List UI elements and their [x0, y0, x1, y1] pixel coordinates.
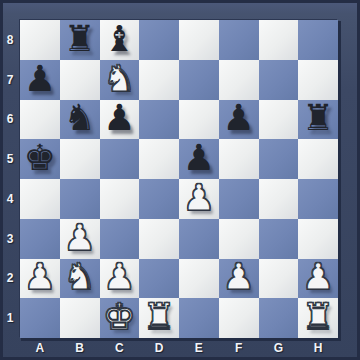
piece-black-bishop[interactable]: ♝ — [103, 21, 135, 57]
square-e4[interactable]: ♟ — [179, 179, 219, 219]
square-g8[interactable] — [259, 20, 299, 60]
square-b2[interactable]: ♞ — [60, 259, 100, 299]
square-b3[interactable]: ♟ — [60, 219, 100, 259]
rank-label-6: 6 — [0, 100, 20, 140]
square-g2[interactable] — [259, 259, 299, 299]
square-d8[interactable] — [139, 20, 179, 60]
rank-label-5: 5 — [0, 139, 20, 179]
piece-white-pawn[interactable]: ♟ — [24, 259, 56, 295]
square-f1[interactable] — [219, 298, 259, 338]
square-d7[interactable] — [139, 60, 179, 100]
rank-label-4: 4 — [0, 179, 20, 219]
square-f2[interactable]: ♟ — [219, 259, 259, 299]
square-b5[interactable] — [60, 139, 100, 179]
rank-label-8: 8 — [0, 20, 20, 60]
square-h2[interactable]: ♟ — [298, 259, 338, 299]
square-b8[interactable]: ♜ — [60, 20, 100, 60]
square-g5[interactable] — [259, 139, 299, 179]
square-c4[interactable] — [100, 179, 140, 219]
file-label-a: A — [20, 338, 60, 358]
square-b4[interactable] — [60, 179, 100, 219]
square-g7[interactable] — [259, 60, 299, 100]
square-d6[interactable] — [139, 100, 179, 140]
square-f5[interactable] — [219, 139, 259, 179]
square-f4[interactable] — [219, 179, 259, 219]
square-a4[interactable] — [20, 179, 60, 219]
square-h7[interactable] — [298, 60, 338, 100]
square-g4[interactable] — [259, 179, 299, 219]
square-h4[interactable] — [298, 179, 338, 219]
square-h3[interactable] — [298, 219, 338, 259]
piece-black-king[interactable]: ♚ — [24, 140, 56, 176]
square-b7[interactable] — [60, 60, 100, 100]
piece-white-rook[interactable]: ♜ — [143, 299, 175, 335]
piece-white-king[interactable]: ♚ — [103, 299, 135, 335]
file-label-c: C — [100, 338, 140, 358]
square-h8[interactable] — [298, 20, 338, 60]
piece-white-knight[interactable]: ♞ — [103, 61, 135, 97]
piece-white-knight[interactable]: ♞ — [63, 259, 95, 295]
square-g6[interactable] — [259, 100, 299, 140]
rank-label-3: 3 — [0, 219, 20, 259]
square-h1[interactable]: ♜ — [298, 298, 338, 338]
square-a3[interactable] — [20, 219, 60, 259]
square-d4[interactable] — [139, 179, 179, 219]
piece-white-rook[interactable]: ♜ — [302, 299, 334, 335]
rank-label-2: 2 — [0, 259, 20, 299]
square-c6[interactable]: ♟ — [100, 100, 140, 140]
square-c5[interactable] — [100, 139, 140, 179]
square-d3[interactable] — [139, 219, 179, 259]
square-d5[interactable] — [139, 139, 179, 179]
chess-board-frame: 87654321 ♜♝♟♞♞♟♟♜♚♟♟♟♟♞♟♟♟♚♜♜ ABCDEFGH — [0, 0, 360, 360]
square-a7[interactable]: ♟ — [20, 60, 60, 100]
square-e3[interactable] — [179, 219, 219, 259]
square-f3[interactable] — [219, 219, 259, 259]
piece-black-pawn[interactable]: ♟ — [222, 100, 254, 136]
square-a6[interactable] — [20, 100, 60, 140]
square-e8[interactable] — [179, 20, 219, 60]
piece-white-pawn[interactable]: ♟ — [63, 220, 95, 256]
square-a1[interactable] — [20, 298, 60, 338]
rank-labels: 87654321 — [0, 20, 20, 338]
rank-label-7: 7 — [0, 60, 20, 100]
piece-white-pawn[interactable]: ♟ — [103, 259, 135, 295]
piece-black-pawn[interactable]: ♟ — [24, 61, 56, 97]
file-label-e: E — [179, 338, 219, 358]
file-label-d: D — [139, 338, 179, 358]
square-f7[interactable] — [219, 60, 259, 100]
square-c7[interactable]: ♞ — [100, 60, 140, 100]
piece-black-rook[interactable]: ♜ — [302, 100, 334, 136]
square-e5[interactable]: ♟ — [179, 139, 219, 179]
file-label-h: H — [298, 338, 338, 358]
square-e1[interactable] — [179, 298, 219, 338]
square-a8[interactable] — [20, 20, 60, 60]
square-c1[interactable]: ♚ — [100, 298, 140, 338]
file-label-f: F — [219, 338, 259, 358]
piece-black-rook[interactable]: ♜ — [63, 21, 95, 57]
square-e7[interactable] — [179, 60, 219, 100]
square-e2[interactable] — [179, 259, 219, 299]
file-label-g: G — [259, 338, 299, 358]
square-c2[interactable]: ♟ — [100, 259, 140, 299]
square-d2[interactable] — [139, 259, 179, 299]
square-b6[interactable]: ♞ — [60, 100, 100, 140]
square-b1[interactable] — [60, 298, 100, 338]
square-c3[interactable] — [100, 219, 140, 259]
rank-label-1: 1 — [0, 298, 20, 338]
square-f8[interactable] — [219, 20, 259, 60]
file-labels: ABCDEFGH — [20, 338, 338, 358]
square-f6[interactable]: ♟ — [219, 100, 259, 140]
square-g3[interactable] — [259, 219, 299, 259]
square-c8[interactable]: ♝ — [100, 20, 140, 60]
square-h5[interactable] — [298, 139, 338, 179]
square-h6[interactable]: ♜ — [298, 100, 338, 140]
piece-white-pawn[interactable]: ♟ — [183, 180, 215, 216]
chess-board[interactable]: ♜♝♟♞♞♟♟♜♚♟♟♟♟♞♟♟♟♚♜♜ — [20, 20, 338, 338]
piece-white-pawn[interactable]: ♟ — [302, 259, 334, 295]
piece-white-pawn[interactable]: ♟ — [222, 259, 254, 295]
piece-black-pawn[interactable]: ♟ — [103, 100, 135, 136]
piece-black-knight[interactable]: ♞ — [63, 100, 95, 136]
square-a5[interactable]: ♚ — [20, 139, 60, 179]
piece-black-pawn[interactable]: ♟ — [183, 140, 215, 176]
square-d1[interactable]: ♜ — [139, 298, 179, 338]
square-g1[interactable] — [259, 298, 299, 338]
square-a2[interactable]: ♟ — [20, 259, 60, 299]
file-label-b: B — [60, 338, 100, 358]
square-e6[interactable] — [179, 100, 219, 140]
